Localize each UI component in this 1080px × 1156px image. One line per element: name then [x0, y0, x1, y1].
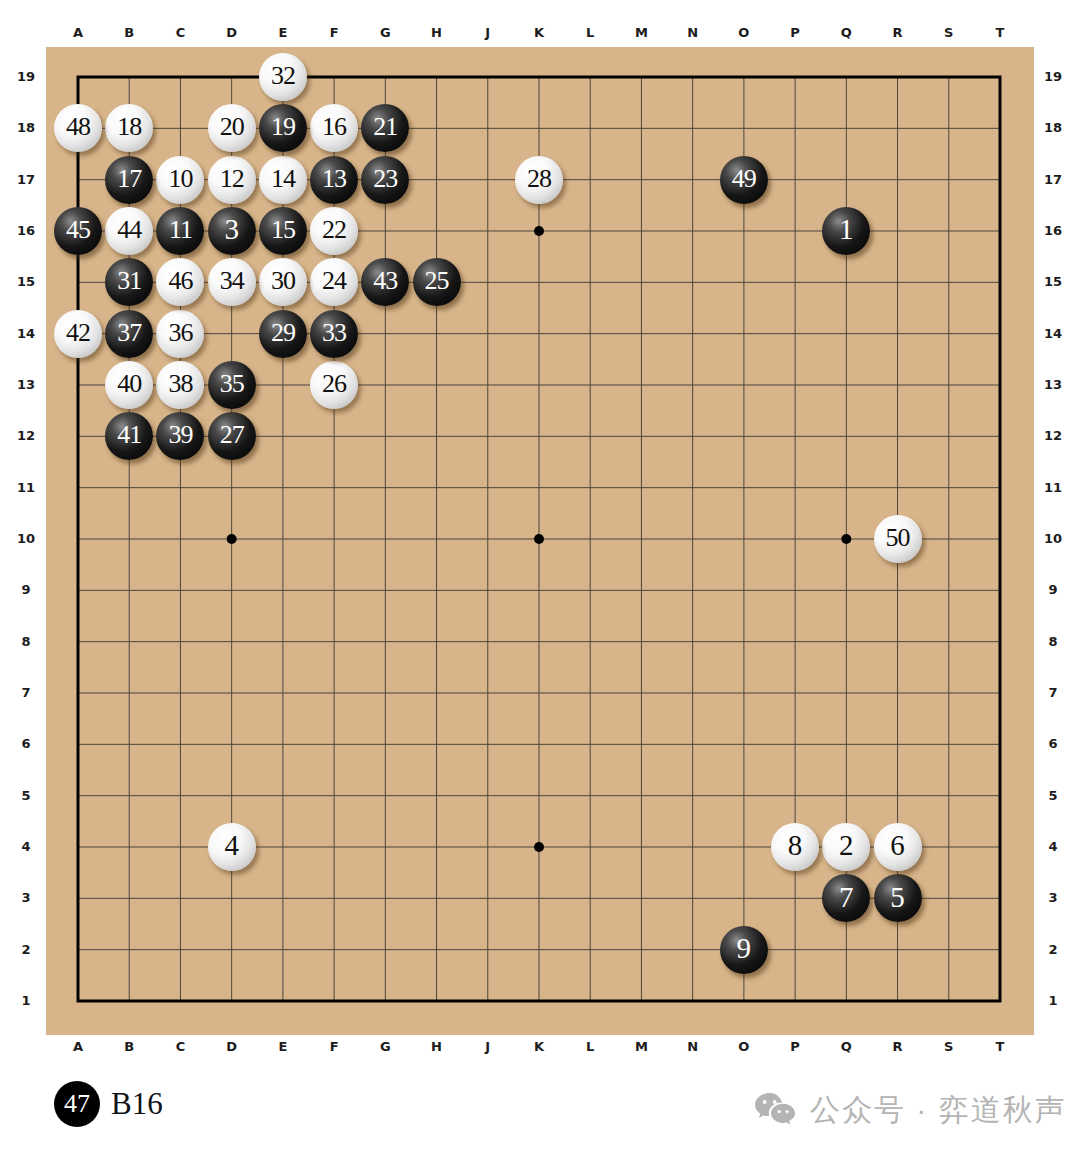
stone-black-b17: 17: [105, 156, 153, 204]
stone-white-f16: 22: [310, 207, 358, 255]
row-label-right-16: 16: [1038, 223, 1068, 239]
stone-move-number: 9: [737, 934, 752, 963]
caption-stone-black: 47: [54, 1081, 100, 1127]
col-label-bottom-H: H: [422, 1039, 452, 1055]
stone-move-number: 35: [220, 371, 244, 397]
stone-move-number: 11: [169, 217, 192, 243]
stone-white-d4: 4: [208, 823, 256, 871]
stone-move-number: 23: [373, 166, 397, 192]
col-label-bottom-E: E: [268, 1039, 298, 1055]
stone-move-number: 32: [271, 63, 295, 89]
stone-move-number: 26: [322, 371, 346, 397]
row-label-left-14: 14: [11, 326, 41, 342]
caption: 47 B16: [54, 1081, 163, 1127]
col-label-bottom-K: K: [524, 1039, 554, 1055]
stone-white-r4: 6: [874, 823, 922, 871]
stone-move-number: 22: [322, 217, 346, 243]
row-label-right-10: 10: [1038, 531, 1068, 547]
stone-black-c16: 11: [156, 207, 204, 255]
stone-black-q3: 7: [822, 874, 870, 922]
stone-move-number: 25: [425, 268, 449, 294]
caption-move-location: B16: [111, 1086, 163, 1122]
stone-move-number: 8: [788, 831, 803, 860]
stone-white-p4: 8: [771, 823, 819, 871]
row-label-left-13: 13: [11, 377, 41, 393]
col-label-top-P: P: [780, 25, 810, 41]
col-label-bottom-P: P: [780, 1039, 810, 1055]
col-label-top-L: L: [575, 25, 605, 41]
row-label-right-8: 8: [1038, 634, 1068, 650]
stone-black-b12: 41: [105, 412, 153, 460]
stone-move-number: 21: [373, 114, 397, 140]
stone-black-f14: 33: [310, 310, 358, 358]
stone-white-k17: 28: [515, 156, 563, 204]
stone-move-number: 41: [117, 422, 141, 448]
stone-move-number: 38: [168, 371, 192, 397]
row-label-right-3: 3: [1038, 890, 1068, 906]
row-label-right-18: 18: [1038, 120, 1068, 136]
stone-move-number: 42: [66, 320, 90, 346]
stone-white-e19: 32: [259, 53, 307, 101]
col-label-bottom-S: S: [934, 1039, 964, 1055]
stone-move-number: 4: [224, 831, 239, 860]
row-label-right-12: 12: [1038, 428, 1068, 444]
stone-move-number: 6: [890, 831, 905, 860]
row-label-left-16: 16: [11, 223, 41, 239]
col-label-top-B: B: [114, 25, 144, 41]
row-label-left-6: 6: [11, 736, 41, 752]
row-label-right-6: 6: [1038, 736, 1068, 752]
stone-move-number: 50: [886, 525, 910, 551]
stone-white-b18: 18: [105, 104, 153, 152]
row-label-right-11: 11: [1038, 480, 1068, 496]
stone-move-number: 16: [322, 114, 346, 140]
stone-move-number: 33: [322, 320, 346, 346]
col-label-bottom-N: N: [678, 1039, 708, 1055]
col-label-bottom-O: O: [729, 1039, 759, 1055]
stone-white-b16: 44: [105, 207, 153, 255]
stone-move-number: 12: [220, 166, 244, 192]
stone-move-number: 1: [839, 215, 854, 244]
stone-black-d13: 35: [208, 361, 256, 409]
wechat-icon: [752, 1091, 798, 1129]
stone-black-d12: 27: [208, 412, 256, 460]
row-label-left-8: 8: [11, 634, 41, 650]
stone-move-number: 30: [271, 268, 295, 294]
stone-move-number: 15: [271, 217, 295, 243]
stone-black-c12: 39: [156, 412, 204, 460]
watermark: 公众号 · 弈道秋声: [752, 1088, 1067, 1132]
stone-move-number: 13: [322, 166, 346, 192]
stone-black-b14: 37: [105, 310, 153, 358]
col-label-top-K: K: [524, 25, 554, 41]
stones-grid: 1234567891011121314151617181920212223242…: [52, 51, 1025, 1026]
stone-black-r3: 5: [874, 874, 922, 922]
stone-move-number: 28: [527, 166, 551, 192]
row-label-left-7: 7: [11, 685, 41, 701]
stone-move-number: 44: [117, 217, 141, 243]
col-label-top-S: S: [934, 25, 964, 41]
col-label-bottom-R: R: [883, 1039, 913, 1055]
stone-black-q16: 1: [822, 207, 870, 255]
col-label-top-A: A: [63, 25, 93, 41]
stone-move-number: 2: [839, 831, 854, 860]
col-label-top-G: G: [370, 25, 400, 41]
row-label-left-12: 12: [11, 428, 41, 444]
stone-move-number: 14: [271, 166, 295, 192]
row-label-right-13: 13: [1038, 377, 1068, 393]
stone-white-r10: 50: [874, 515, 922, 563]
col-label-bottom-M: M: [626, 1039, 656, 1055]
col-label-top-H: H: [422, 25, 452, 41]
row-label-left-15: 15: [11, 274, 41, 290]
row-label-left-3: 3: [11, 890, 41, 906]
stone-move-number: 46: [168, 268, 192, 294]
col-label-top-M: M: [626, 25, 656, 41]
row-label-right-14: 14: [1038, 326, 1068, 342]
stone-black-b15: 31: [105, 258, 153, 306]
stone-move-number: 24: [322, 268, 346, 294]
row-label-right-1: 1: [1038, 993, 1068, 1009]
stone-white-c14: 36: [156, 310, 204, 358]
stone-move-number: 45: [66, 217, 90, 243]
stone-move-number: 48: [66, 114, 90, 140]
stone-move-number: 17: [117, 166, 141, 192]
col-label-bottom-L: L: [575, 1039, 605, 1055]
col-label-bottom-C: C: [165, 1039, 195, 1055]
col-label-top-J: J: [473, 25, 503, 41]
stone-white-f13: 26: [310, 361, 358, 409]
stone-white-c17: 10: [156, 156, 204, 204]
stone-move-number: 49: [732, 166, 756, 192]
stone-move-number: 34: [220, 268, 244, 294]
col-label-bottom-G: G: [370, 1039, 400, 1055]
stone-black-e18: 19: [259, 104, 307, 152]
stone-move-number: 43: [373, 268, 397, 294]
stone-move-number: 40: [117, 371, 141, 397]
stone-white-d18: 20: [208, 104, 256, 152]
row-label-left-1: 1: [11, 993, 41, 1009]
row-label-left-11: 11: [11, 480, 41, 496]
col-label-top-T: T: [985, 25, 1015, 41]
stone-white-f15: 24: [310, 258, 358, 306]
stone-white-c13: 38: [156, 361, 204, 409]
stone-black-g15: 43: [361, 258, 409, 306]
row-label-right-17: 17: [1038, 172, 1068, 188]
stone-white-d15: 34: [208, 258, 256, 306]
row-label-left-9: 9: [11, 582, 41, 598]
caption-move-number: 47: [64, 1089, 90, 1119]
stone-move-number: 5: [890, 883, 905, 912]
stone-black-d16: 3: [208, 207, 256, 255]
col-label-top-E: E: [268, 25, 298, 41]
stone-white-a18: 48: [54, 104, 102, 152]
goban: 1234567891011121314151617181920212223242…: [46, 47, 1034, 1035]
stone-black-o2: 9: [720, 926, 768, 974]
col-label-top-N: N: [678, 25, 708, 41]
row-label-right-15: 15: [1038, 274, 1068, 290]
stone-white-d17: 12: [208, 156, 256, 204]
col-label-top-D: D: [217, 25, 247, 41]
stone-move-number: 18: [117, 114, 141, 140]
col-label-bottom-A: A: [63, 1039, 93, 1055]
col-label-bottom-T: T: [985, 1039, 1015, 1055]
col-label-bottom-D: D: [217, 1039, 247, 1055]
col-label-top-O: O: [729, 25, 759, 41]
col-label-top-R: R: [883, 25, 913, 41]
row-label-right-5: 5: [1038, 788, 1068, 804]
row-label-left-18: 18: [11, 120, 41, 136]
col-label-bottom-J: J: [473, 1039, 503, 1055]
go-diagram-page: ABCDEFGHJKLMNOPQRST ABCDEFGHJKLMNOPQRST …: [0, 0, 1080, 1156]
row-label-right-2: 2: [1038, 942, 1068, 958]
stone-black-f17: 13: [310, 156, 358, 204]
stone-move-number: 10: [168, 166, 192, 192]
col-label-top-Q: Q: [831, 25, 861, 41]
row-label-right-9: 9: [1038, 582, 1068, 598]
col-label-bottom-B: B: [114, 1039, 144, 1055]
row-label-left-2: 2: [11, 942, 41, 958]
stone-move-number: 19: [271, 114, 295, 140]
watermark-text: 公众号 · 弈道秋声: [810, 1090, 1067, 1131]
col-label-bottom-Q: Q: [831, 1039, 861, 1055]
stone-move-number: 31: [117, 268, 141, 294]
stone-white-f18: 16: [310, 104, 358, 152]
stone-move-number: 27: [220, 422, 244, 448]
row-label-left-19: 19: [11, 69, 41, 85]
col-label-top-F: F: [319, 25, 349, 41]
stone-black-h15: 25: [413, 258, 461, 306]
stone-black-g17: 23: [361, 156, 409, 204]
stone-move-number: 20: [220, 114, 244, 140]
col-label-top-C: C: [165, 25, 195, 41]
stone-black-g18: 21: [361, 104, 409, 152]
stone-white-b13: 40: [105, 361, 153, 409]
row-label-left-17: 17: [11, 172, 41, 188]
stone-white-c15: 46: [156, 258, 204, 306]
row-label-right-7: 7: [1038, 685, 1068, 701]
row-label-right-4: 4: [1038, 839, 1068, 855]
stone-move-number: 7: [839, 883, 854, 912]
stone-white-e15: 30: [259, 258, 307, 306]
stone-move-number: 29: [271, 320, 295, 346]
stone-black-a16: 45: [54, 207, 102, 255]
stone-black-o17: 49: [720, 156, 768, 204]
stone-black-e16: 15: [259, 207, 307, 255]
stone-white-q4: 2: [822, 823, 870, 871]
stone-move-number: 36: [168, 320, 192, 346]
stone-white-e17: 14: [259, 156, 307, 204]
stone-white-a14: 42: [54, 310, 102, 358]
row-label-right-19: 19: [1038, 69, 1068, 85]
stone-black-e14: 29: [259, 310, 307, 358]
col-label-bottom-F: F: [319, 1039, 349, 1055]
row-label-left-4: 4: [11, 839, 41, 855]
stone-move-number: 39: [168, 422, 192, 448]
row-label-left-5: 5: [11, 788, 41, 804]
stone-move-number: 3: [224, 215, 239, 244]
stone-move-number: 37: [117, 320, 141, 346]
row-label-left-10: 10: [11, 531, 41, 547]
